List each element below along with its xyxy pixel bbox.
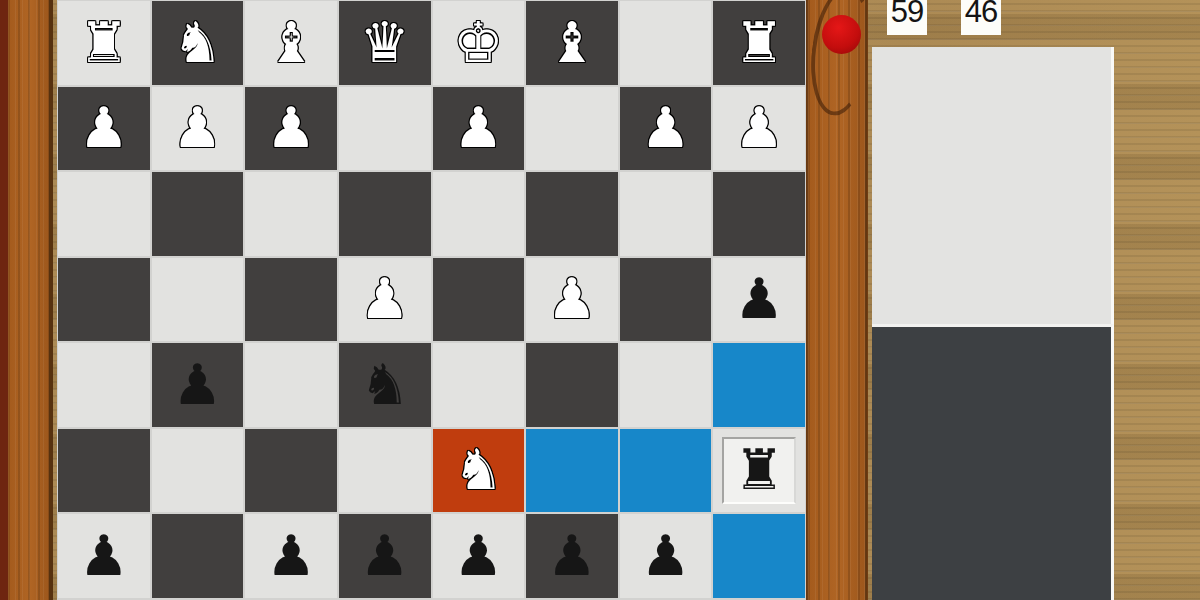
white-pawn-a2: ♟ xyxy=(79,86,129,170)
white-pawn-e2: ♟ xyxy=(453,86,503,170)
counter-right-plate: 46 xyxy=(961,0,1001,35)
square-g4[interactable] xyxy=(619,257,713,343)
chess-app-screen: ♜♞♝♛♚♝♜♟♟♟♟♟♟♟♟♟♟♞♞♜♟♟♟♟♟♟ 59 46 xyxy=(0,0,1200,600)
counter-left-plate: 59 xyxy=(887,0,927,35)
white-rook-h1: ♜ xyxy=(734,1,784,85)
square-d6[interactable] xyxy=(338,428,432,514)
square-a7[interactable]: ♟ xyxy=(57,513,151,599)
square-d5[interactable]: ♞ xyxy=(338,342,432,428)
square-a4[interactable] xyxy=(57,257,151,343)
left-wood-rail xyxy=(0,0,53,600)
square-e1[interactable]: ♚ xyxy=(432,0,526,86)
square-c4[interactable] xyxy=(244,257,338,343)
square-c7[interactable]: ♟ xyxy=(244,513,338,599)
board-wrapper: ♜♞♝♛♚♝♜♟♟♟♟♟♟♟♟♟♟♞♞♜♟♟♟♟♟♟ xyxy=(57,0,806,600)
white-rook-a1: ♜ xyxy=(79,1,129,85)
black-pawn-a7: ♟ xyxy=(79,514,129,598)
square-b6[interactable] xyxy=(151,428,245,514)
square-a3[interactable] xyxy=(57,171,151,257)
black-pawn-e7: ♟ xyxy=(453,514,503,598)
square-e2[interactable]: ♟ xyxy=(432,86,526,172)
board-right-rail xyxy=(806,0,868,600)
square-f7[interactable]: ♟ xyxy=(525,513,619,599)
square-b2[interactable]: ♟ xyxy=(151,86,245,172)
white-tray-panel xyxy=(872,47,1114,324)
square-b3[interactable] xyxy=(151,171,245,257)
square-h5[interactable] xyxy=(712,342,806,428)
red-knob-button[interactable] xyxy=(822,15,861,54)
square-g6[interactable] xyxy=(619,428,713,514)
black-pawn-b5: ♟ xyxy=(172,343,222,427)
square-h7[interactable] xyxy=(712,513,806,599)
counter-right-value: 46 xyxy=(965,0,997,30)
square-a2[interactable]: ♟ xyxy=(57,86,151,172)
square-g7[interactable]: ♟ xyxy=(619,513,713,599)
square-d4[interactable]: ♟ xyxy=(338,257,432,343)
white-pawn-d4: ♟ xyxy=(360,257,410,341)
square-f5[interactable] xyxy=(525,342,619,428)
square-e5[interactable] xyxy=(432,342,526,428)
square-f3[interactable] xyxy=(525,171,619,257)
black-rook-h6: ♜ xyxy=(734,428,784,512)
square-b5[interactable]: ♟ xyxy=(151,342,245,428)
black-pawn-f7: ♟ xyxy=(547,514,597,598)
square-a6[interactable] xyxy=(57,428,151,514)
square-h2[interactable]: ♟ xyxy=(712,86,806,172)
black-pawn-g7: ♟ xyxy=(640,514,690,598)
square-e3[interactable] xyxy=(432,171,526,257)
square-g3[interactable] xyxy=(619,171,713,257)
square-d1[interactable]: ♛ xyxy=(338,0,432,86)
square-h3[interactable] xyxy=(712,171,806,257)
square-b7[interactable] xyxy=(151,513,245,599)
square-g2[interactable]: ♟ xyxy=(619,86,713,172)
white-bishop-f1: ♝ xyxy=(547,1,597,85)
square-b4[interactable] xyxy=(151,257,245,343)
white-pawn-c2: ♟ xyxy=(266,86,316,170)
square-h4[interactable]: ♟ xyxy=(712,257,806,343)
square-c5[interactable] xyxy=(244,342,338,428)
square-e7[interactable]: ♟ xyxy=(432,513,526,599)
white-pawn-b2: ♟ xyxy=(172,86,222,170)
white-knight-e6: ♞ xyxy=(453,428,503,512)
square-c6[interactable] xyxy=(244,428,338,514)
square-c2[interactable]: ♟ xyxy=(244,86,338,172)
white-pawn-h2: ♟ xyxy=(734,86,784,170)
white-queen-d1: ♛ xyxy=(360,1,410,85)
square-f2[interactable] xyxy=(525,86,619,172)
square-g5[interactable] xyxy=(619,342,713,428)
white-pawn-g2: ♟ xyxy=(640,86,690,170)
square-h1[interactable]: ♜ xyxy=(712,0,806,86)
square-e4[interactable] xyxy=(432,257,526,343)
square-d3[interactable] xyxy=(338,171,432,257)
square-f1[interactable]: ♝ xyxy=(525,0,619,86)
square-d2[interactable] xyxy=(338,86,432,172)
white-king-e1: ♚ xyxy=(453,1,503,85)
square-h6[interactable]: ♜ xyxy=(712,428,806,514)
square-e6[interactable]: ♞ xyxy=(432,428,526,514)
black-pawn-h4: ♟ xyxy=(734,257,784,341)
black-knight-d5: ♞ xyxy=(360,343,410,427)
square-d7[interactable]: ♟ xyxy=(338,513,432,599)
square-c1[interactable]: ♝ xyxy=(244,0,338,86)
square-a5[interactable] xyxy=(57,342,151,428)
square-f6[interactable] xyxy=(525,428,619,514)
black-pawn-d7: ♟ xyxy=(360,514,410,598)
square-c3[interactable] xyxy=(244,171,338,257)
counter-left-value: 59 xyxy=(891,0,923,30)
square-a1[interactable]: ♜ xyxy=(57,0,151,86)
white-knight-b1: ♞ xyxy=(172,1,222,85)
square-f4[interactable]: ♟ xyxy=(525,257,619,343)
black-pawn-c7: ♟ xyxy=(266,514,316,598)
black-tray-panel xyxy=(872,324,1114,600)
white-bishop-c1: ♝ xyxy=(266,1,316,85)
white-pawn-f4: ♟ xyxy=(547,257,597,341)
square-b1[interactable]: ♞ xyxy=(151,0,245,86)
square-g1[interactable] xyxy=(619,0,713,86)
chess-board: ♜♞♝♛♚♝♜♟♟♟♟♟♟♟♟♟♟♞♞♜♟♟♟♟♟♟ xyxy=(57,0,806,600)
